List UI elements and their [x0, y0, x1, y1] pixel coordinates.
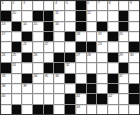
white-cell-r1c10[interactable]: 7: [97, 1, 107, 10]
white-cell-r8c8[interactable]: [76, 74, 86, 83]
white-cell-r7c7[interactable]: 32: [65, 63, 75, 72]
clue-number: 24: [2, 53, 5, 57]
white-cell-r6c9[interactable]: 28: [87, 53, 97, 62]
white-cell-r8c5[interactable]: 35: [44, 74, 54, 83]
white-cell-r7c3[interactable]: [22, 63, 32, 72]
white-cell-r1c6[interactable]: 4: [54, 1, 64, 10]
white-cell-r9c6[interactable]: [54, 84, 64, 93]
black-cell-r3c2: [12, 22, 22, 31]
white-cell-r1c3[interactable]: 3: [22, 1, 32, 10]
clue-number: 34: [34, 74, 37, 78]
white-cell-r2c9[interactable]: 12: [87, 11, 97, 20]
clue-number: 20: [119, 32, 122, 36]
black-cell-r2c4: [33, 11, 43, 20]
clue-number: 11: [55, 11, 58, 15]
black-cell-r7c12: [119, 63, 129, 72]
clue-number: 13: [2, 22, 5, 26]
black-cell-r8c3: [22, 74, 32, 83]
black-cell-r11c4: [33, 105, 43, 114]
white-cell-r4c6[interactable]: [54, 32, 64, 41]
clue-number: 7: [98, 1, 100, 5]
white-cell-r3c7[interactable]: [65, 22, 75, 31]
white-cell-r11c11[interactable]: [108, 105, 118, 114]
black-cell-r9c8: [76, 84, 86, 93]
clue-number: 3: [23, 1, 25, 5]
white-cell-r6c8[interactable]: 27: [76, 53, 86, 62]
black-cell-r7c1: [1, 63, 11, 72]
white-cell-r1c13[interactable]: 9: [129, 1, 139, 10]
white-cell-r11c6[interactable]: [54, 105, 64, 114]
white-cell-r5c6[interactable]: [54, 42, 64, 51]
clue-number: 29: [119, 53, 122, 57]
white-cell-r3c13[interactable]: [129, 22, 139, 31]
black-cell-r4c7: [65, 32, 75, 41]
white-cell-r5c7[interactable]: [65, 42, 75, 51]
black-cell-r8c7: [65, 74, 75, 83]
white-cell-r1c4[interactable]: [33, 1, 43, 10]
white-cell-r10c4[interactable]: [33, 94, 43, 103]
clue-number: 39: [23, 84, 26, 88]
black-cell-r4c3: [22, 32, 32, 41]
white-cell-r8c4[interactable]: 34: [33, 74, 43, 83]
white-cell-r3c6[interactable]: 16: [54, 22, 64, 31]
clue-number: 33: [2, 74, 5, 78]
black-cell-r6c11: [108, 53, 118, 62]
black-cell-r6c6: [54, 53, 64, 62]
white-cell-r3c11[interactable]: [108, 22, 118, 31]
black-cell-r4c11: [108, 32, 118, 41]
clue-number: 6: [87, 1, 89, 5]
white-cell-r10c1[interactable]: 40: [1, 94, 11, 103]
white-cell-r2c2[interactable]: 10: [12, 11, 22, 20]
clue-number: 22: [44, 42, 47, 46]
white-cell-r8c1[interactable]: 33: [1, 74, 11, 83]
white-cell-r7c4[interactable]: [33, 63, 43, 72]
clue-number: 36: [55, 74, 58, 78]
clue-number: 15: [34, 22, 37, 26]
white-cell-r4c10[interactable]: 19: [97, 32, 107, 41]
black-cell-r3c8: [76, 22, 86, 31]
black-cell-r7c5: [44, 63, 54, 72]
white-cell-r10c12[interactable]: [119, 94, 129, 103]
white-cell-r6c4[interactable]: 26: [33, 53, 43, 62]
white-cell-r1c12[interactable]: [119, 1, 129, 10]
white-cell-r9c4[interactable]: [33, 84, 43, 93]
white-cell-r2c13[interactable]: [129, 11, 139, 20]
black-cell-r8c11: [108, 74, 118, 83]
white-cell-r6c10[interactable]: [97, 53, 107, 62]
white-cell-r10c2[interactable]: [12, 94, 22, 103]
white-cell-r8c10[interactable]: [97, 74, 107, 83]
white-cell-r6c12[interactable]: 29: [119, 53, 129, 62]
clue-number: 4: [55, 1, 57, 5]
white-cell-r4c4[interactable]: [33, 32, 43, 41]
white-cell-r9c1[interactable]: 38: [1, 84, 11, 93]
white-cell-r11c13[interactable]: [129, 105, 139, 114]
white-cell-r9c3[interactable]: 39: [22, 84, 32, 93]
black-cell-r6c7: [65, 53, 75, 62]
white-cell-r5c1[interactable]: [1, 42, 11, 51]
white-cell-r7c11[interactable]: [108, 63, 118, 72]
black-cell-r10c10: [97, 94, 107, 103]
white-cell-r6c1[interactable]: 24: [1, 53, 11, 62]
clue-number: 17: [2, 32, 5, 36]
white-cell-r10c3[interactable]: [22, 94, 32, 103]
white-cell-r9c5[interactable]: [44, 84, 54, 93]
black-cell-r2c8: [76, 11, 86, 20]
black-cell-r10c7: [65, 94, 75, 103]
white-cell-r6c13[interactable]: 30: [129, 53, 139, 62]
black-cell-r5c13: [129, 42, 139, 51]
white-cell-r5c10[interactable]: 23: [97, 42, 107, 51]
clue-number: 9: [130, 1, 132, 5]
white-cell-r11c10[interactable]: [97, 105, 107, 114]
white-cell-r6c2[interactable]: 25: [12, 53, 22, 62]
black-cell-r9c13: [129, 84, 139, 93]
white-cell-r11c12[interactable]: [119, 105, 129, 114]
clue-number: 28: [87, 53, 90, 57]
black-cell-r2c1: [1, 11, 11, 20]
clue-number: 32: [66, 63, 69, 67]
white-cell-r4c8[interactable]: 18: [76, 32, 86, 41]
white-cell-r10c6[interactable]: [54, 94, 64, 103]
white-cell-r4c9[interactable]: [87, 32, 97, 41]
white-cell-r1c9[interactable]: 6: [87, 1, 97, 10]
black-cell-r11c2: [12, 105, 22, 114]
clue-number: 40: [2, 94, 5, 98]
clue-number: 43: [76, 105, 79, 109]
white-cell-r3c9[interactable]: [87, 22, 97, 31]
clue-number: 35: [44, 74, 47, 78]
black-cell-r11c7: [65, 105, 75, 114]
clue-number: 42: [108, 94, 111, 98]
clue-number: 23: [98, 42, 101, 46]
white-cell-r11c3[interactable]: [22, 105, 32, 114]
black-cell-r2c5: [44, 11, 54, 20]
black-cell-r2c12: [119, 11, 129, 20]
white-cell-r5c5[interactable]: 22: [44, 42, 54, 51]
clue-number: 21: [23, 42, 26, 46]
clue-number: 37: [119, 74, 122, 78]
white-cell-r8c2[interactable]: [12, 74, 22, 83]
white-cell-r9c12[interactable]: [119, 84, 129, 93]
white-cell-r2c10[interactable]: [97, 11, 107, 20]
white-cell-r4c12[interactable]: 20: [119, 32, 129, 41]
clue-number: 14: [23, 22, 26, 26]
black-cell-r1c8: [76, 1, 86, 10]
white-cell-r5c4[interactable]: [33, 42, 43, 51]
white-cell-r8c13[interactable]: [129, 74, 139, 83]
clue-number: 26: [34, 53, 37, 57]
white-cell-r1c7[interactable]: 5: [65, 1, 75, 10]
white-cell-r1c2[interactable]: 2: [12, 1, 22, 10]
white-cell-r9c10[interactable]: [97, 84, 107, 93]
white-cell-r8c12[interactable]: 37: [119, 74, 129, 83]
white-cell-r1c1[interactable]: 1: [1, 1, 11, 10]
clue-number: 38: [2, 84, 5, 88]
white-cell-r2c7[interactable]: [65, 11, 75, 20]
black-cell-r4c5: [44, 32, 54, 41]
white-cell-r7c9[interactable]: [87, 63, 97, 72]
black-cell-r10c13: [129, 94, 139, 103]
white-cell-r7c8[interactable]: [76, 63, 86, 72]
white-cell-r7c13[interactable]: [129, 63, 139, 72]
white-cell-r4c1[interactable]: 17: [1, 32, 11, 41]
white-cell-r7c10[interactable]: [97, 63, 107, 72]
white-cell-r1c5[interactable]: [44, 1, 54, 10]
white-cell-r4c13[interactable]: [129, 32, 139, 41]
white-cell-r2c6[interactable]: 11: [54, 11, 64, 20]
white-cell-r10c8[interactable]: 41: [76, 94, 86, 103]
clue-number: 25: [12, 53, 15, 57]
white-cell-r11c9[interactable]: [87, 105, 97, 114]
white-cell-r6c5[interactable]: [44, 53, 54, 62]
clue-number: 2: [12, 1, 14, 5]
white-cell-r2c11[interactable]: [108, 11, 118, 20]
black-cell-r9c9: [87, 84, 97, 93]
clue-number: 1: [2, 1, 4, 5]
white-cell-r10c11[interactable]: 42: [108, 94, 118, 103]
black-cell-r6c3: [22, 53, 32, 62]
black-cell-r3c5: [44, 22, 54, 31]
clue-number: 30: [130, 53, 133, 57]
white-cell-r11c1[interactable]: [1, 105, 11, 114]
white-cell-r4c2[interactable]: [12, 32, 22, 41]
clue-number: 8: [108, 1, 110, 5]
clue-number: 16: [55, 22, 58, 26]
black-cell-r7c6: [54, 63, 64, 72]
black-cell-r11c5: [44, 105, 54, 114]
clue-number: 10: [12, 11, 15, 15]
clue-number: 19: [98, 32, 101, 36]
clue-number: 5: [66, 1, 68, 5]
white-cell-r8c6[interactable]: 36: [54, 74, 64, 83]
black-cell-r5c2: [12, 42, 22, 51]
clue-number: 41: [76, 94, 79, 98]
black-cell-r8c9: [87, 74, 97, 83]
crossword-grid: 1234567891011121314151617181920212223242…: [0, 0, 140, 115]
clue-number: 18: [76, 32, 79, 36]
white-cell-r5c12[interactable]: [119, 42, 129, 51]
clue-number: 31: [12, 63, 15, 67]
black-cell-r3c10: [97, 22, 107, 31]
white-cell-r10c5[interactable]: [44, 94, 54, 103]
white-cell-r9c7[interactable]: [65, 84, 75, 93]
white-cell-r3c1[interactable]: 13: [1, 22, 11, 31]
black-cell-r5c9: [87, 42, 97, 51]
white-cell-r9c2[interactable]: [12, 84, 22, 93]
white-cell-r7c2[interactable]: 31: [12, 63, 22, 72]
white-cell-r5c3[interactable]: 21: [22, 42, 32, 51]
white-cell-r11c8[interactable]: 43: [76, 105, 86, 114]
black-cell-r3c12: [119, 22, 129, 31]
black-cell-r9c11: [108, 84, 118, 93]
white-cell-r3c3[interactable]: 14: [22, 22, 32, 31]
white-cell-r3c4[interactable]: 15: [33, 22, 43, 31]
white-cell-r1c11[interactable]: 8: [108, 1, 118, 10]
clue-number: 27: [76, 53, 79, 57]
white-cell-r5c11[interactable]: [108, 42, 118, 51]
white-cell-r2c3[interactable]: [22, 11, 32, 20]
clue-number: 12: [87, 11, 90, 15]
black-cell-r5c8: [76, 42, 86, 51]
black-cell-r10c9: [87, 94, 97, 103]
